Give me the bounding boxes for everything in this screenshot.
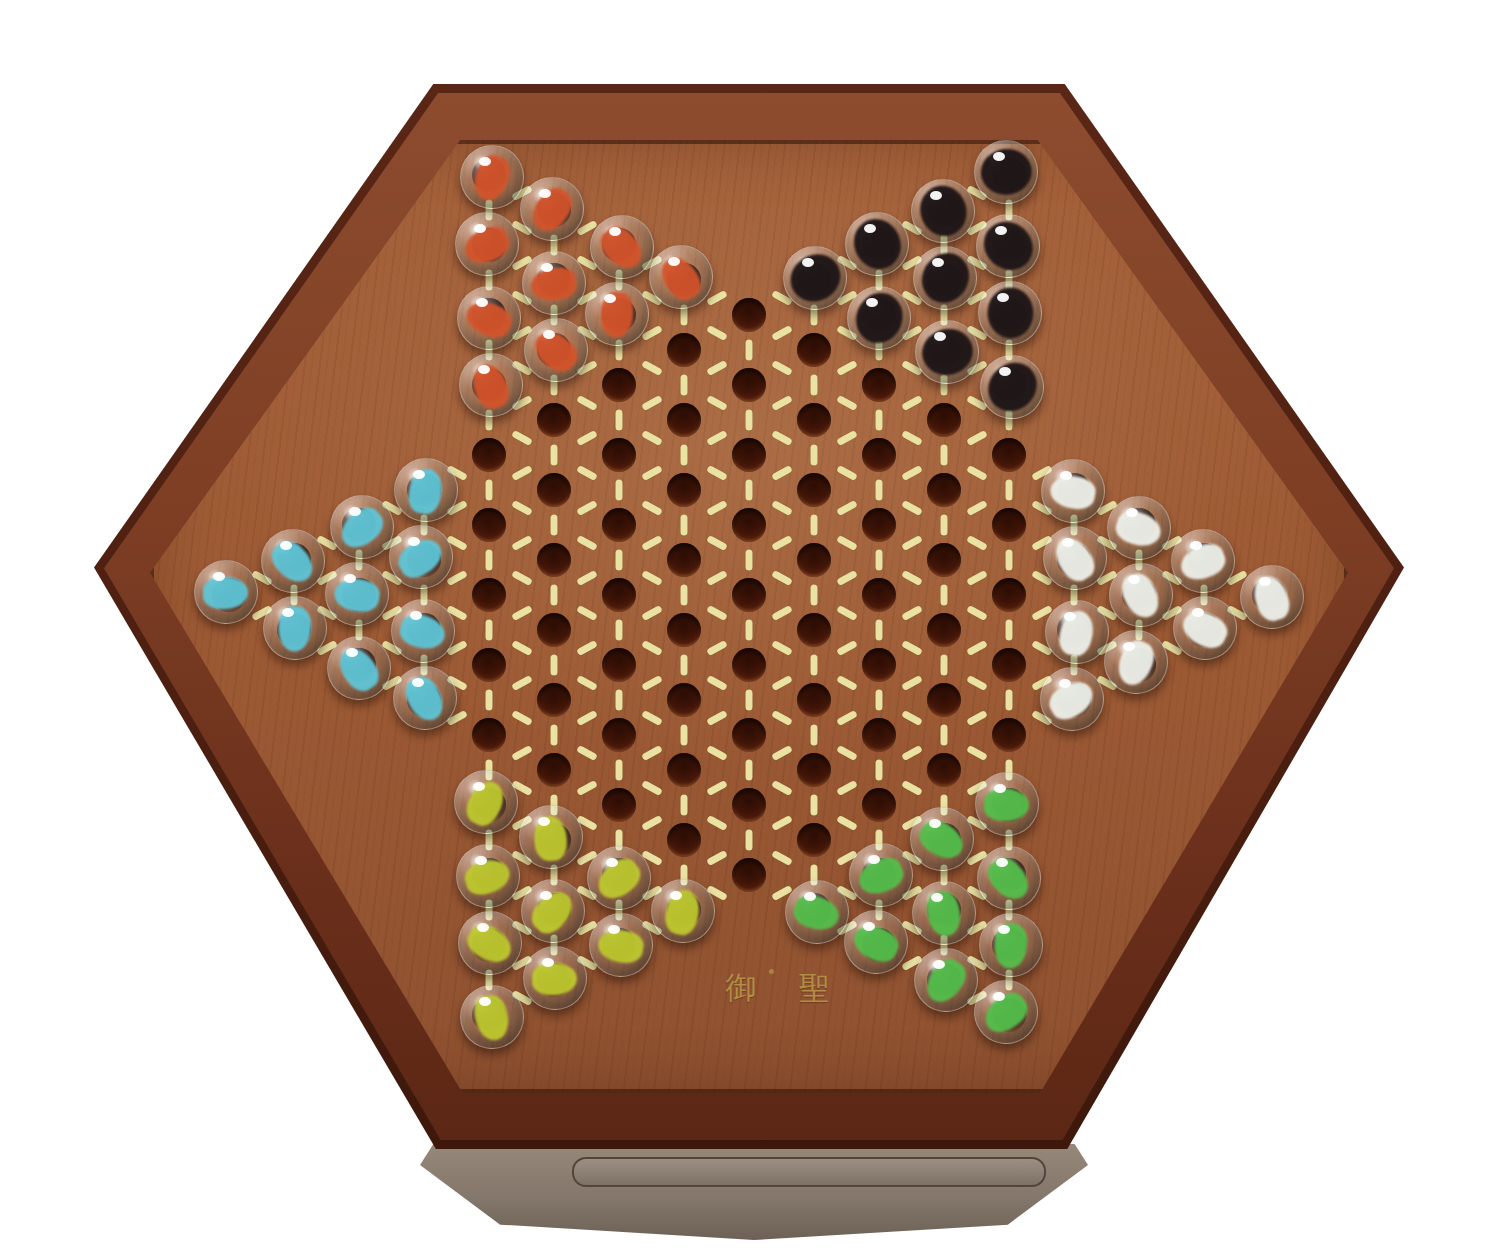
marble-black[interactable]	[845, 212, 909, 276]
marble-black[interactable]	[847, 286, 911, 350]
marble-orange[interactable]	[524, 318, 588, 382]
grid-line	[811, 515, 818, 536]
hole[interactable]	[927, 543, 961, 577]
grid-line	[746, 550, 753, 571]
grid-line	[681, 515, 688, 536]
grid-line	[771, 709, 793, 725]
grid-line	[511, 674, 533, 690]
marble-blue[interactable]	[393, 666, 457, 730]
grid-line	[836, 534, 858, 550]
grid-line	[576, 674, 598, 690]
grid-line	[511, 639, 533, 655]
hole[interactable]	[927, 683, 961, 717]
grid-line	[706, 639, 728, 655]
marble-white[interactable]	[1045, 600, 1109, 664]
hole[interactable]	[537, 403, 571, 437]
grid-line	[836, 779, 858, 795]
photo-stage: 御 聖	[0, 0, 1500, 1259]
hole[interactable]	[602, 508, 636, 542]
grid-line	[641, 499, 663, 515]
grid-line	[966, 674, 988, 690]
grid-line	[706, 814, 728, 830]
grid-line	[576, 639, 598, 655]
marble-orange[interactable]	[455, 212, 519, 276]
grid-line	[876, 690, 883, 711]
grid-line	[966, 604, 988, 620]
grid-line	[641, 604, 663, 620]
marble-green[interactable]	[914, 948, 978, 1012]
hole[interactable]	[862, 578, 896, 612]
marble-white[interactable]	[1109, 563, 1173, 627]
hole[interactable]	[927, 613, 961, 647]
hole[interactable]	[602, 648, 636, 682]
grid-line	[706, 359, 728, 375]
hole[interactable]	[537, 543, 571, 577]
marble-white[interactable]	[1240, 565, 1304, 629]
hole[interactable]	[667, 403, 701, 437]
marble-green[interactable]	[974, 980, 1038, 1044]
grid-line	[576, 499, 598, 515]
hole[interactable]	[732, 298, 766, 332]
grid-line	[1006, 690, 1013, 711]
grid-line	[706, 674, 728, 690]
grid-line	[706, 394, 728, 410]
grid-line	[876, 480, 883, 501]
hole[interactable]	[992, 718, 1026, 752]
hole[interactable]	[537, 473, 571, 507]
grid-line	[901, 709, 923, 725]
marble-yellow[interactable]	[651, 879, 715, 943]
marble-black[interactable]	[783, 246, 847, 310]
hole[interactable]	[472, 578, 506, 612]
grid-line	[486, 550, 493, 571]
grid-line	[616, 410, 623, 431]
grid-line	[876, 410, 883, 431]
hole[interactable]	[862, 648, 896, 682]
marble-blue[interactable]	[391, 599, 455, 663]
grid-line	[811, 725, 818, 746]
hole[interactable]	[667, 613, 701, 647]
grid-line	[706, 744, 728, 760]
grid-line	[641, 744, 663, 760]
hole[interactable]	[732, 578, 766, 612]
hole[interactable]	[927, 403, 961, 437]
trademark-dot	[769, 969, 774, 974]
grid-line	[836, 674, 858, 690]
grid-line	[771, 639, 793, 655]
grid-line	[576, 779, 598, 795]
grid-line	[551, 655, 558, 676]
marble-green[interactable]	[849, 843, 913, 907]
grid-line	[641, 709, 663, 725]
hole[interactable]	[992, 578, 1026, 612]
grid-line	[966, 429, 988, 445]
grid-line	[641, 429, 663, 445]
grid-line	[901, 604, 923, 620]
grid-line	[966, 499, 988, 515]
marble-white[interactable]	[1043, 526, 1107, 590]
hole[interactable]	[797, 473, 831, 507]
marble-yellow[interactable]	[521, 879, 585, 943]
grid-line	[511, 569, 533, 585]
hole[interactable]	[862, 508, 896, 542]
grid-line	[771, 359, 793, 375]
grid-line	[876, 550, 883, 571]
hole[interactable]	[732, 648, 766, 682]
hole[interactable]	[862, 368, 896, 402]
marble-white[interactable]	[1173, 596, 1237, 660]
hole[interactable]	[537, 753, 571, 787]
grid-line	[966, 639, 988, 655]
grid-line	[641, 779, 663, 795]
grid-line	[576, 429, 598, 445]
grid-line	[551, 445, 558, 466]
grid-line	[641, 674, 663, 690]
grid-line	[901, 464, 923, 480]
marble-blue[interactable]	[325, 562, 389, 626]
hole[interactable]	[732, 858, 766, 892]
grid-line	[966, 464, 988, 480]
grid-line	[836, 464, 858, 480]
grid-line	[836, 709, 858, 725]
star-grid: 御 聖	[0, 0, 1500, 1259]
grid-line	[641, 394, 663, 410]
grid-line	[746, 340, 753, 361]
grid-line	[576, 744, 598, 760]
marble-blue[interactable]	[389, 525, 453, 589]
grid-line	[706, 779, 728, 795]
hole[interactable]	[602, 438, 636, 472]
grid-line	[551, 725, 558, 746]
grid-line	[836, 499, 858, 515]
marble-green[interactable]	[912, 881, 976, 945]
grid-line	[771, 324, 793, 340]
grid-line	[746, 410, 753, 431]
marble-yellow[interactable]	[587, 846, 651, 910]
hole[interactable]	[992, 508, 1026, 542]
grid-line	[486, 690, 493, 711]
grid-line	[706, 569, 728, 585]
marble-yellow[interactable]	[456, 844, 520, 908]
grid-line	[746, 760, 753, 781]
grid-line	[641, 359, 663, 375]
grid-line	[771, 849, 793, 865]
grid-line	[616, 550, 623, 571]
hole[interactable]	[667, 683, 701, 717]
grid-line	[771, 464, 793, 480]
grid-line	[901, 569, 923, 585]
hole[interactable]	[862, 438, 896, 472]
grid-line	[771, 534, 793, 550]
marble-yellow[interactable]	[519, 805, 583, 869]
hole[interactable]	[602, 718, 636, 752]
hole[interactable]	[797, 823, 831, 857]
marble-white[interactable]	[1041, 459, 1105, 523]
marble-yellow[interactable]	[460, 985, 524, 1049]
grid-line	[836, 569, 858, 585]
grid-line	[771, 744, 793, 760]
hole[interactable]	[667, 543, 701, 577]
hole[interactable]	[927, 753, 961, 787]
grid-line	[901, 639, 923, 655]
grid-line	[681, 655, 688, 676]
grid-line	[876, 620, 883, 641]
grid-line	[746, 620, 753, 641]
board-title-char-1: 御	[726, 967, 757, 1009]
marble-orange[interactable]	[522, 251, 586, 315]
marble-blue[interactable]	[330, 495, 394, 559]
grid-line	[706, 534, 728, 550]
grid-line	[901, 394, 923, 410]
marble-yellow[interactable]	[458, 911, 522, 975]
hole[interactable]	[602, 788, 636, 822]
marble-orange[interactable]	[460, 145, 524, 209]
hole[interactable]	[797, 543, 831, 577]
grid-line	[836, 639, 858, 655]
grid-line	[706, 604, 728, 620]
grid-line	[901, 779, 923, 795]
grid-line	[616, 690, 623, 711]
grid-line	[941, 585, 948, 606]
grid-line	[771, 814, 793, 830]
grid-line	[966, 709, 988, 725]
grid-line	[551, 515, 558, 536]
marble-green[interactable]	[975, 772, 1039, 836]
grid-line	[641, 814, 663, 830]
marble-white[interactable]	[1104, 630, 1168, 694]
marble-green[interactable]	[844, 910, 908, 974]
grid-line	[486, 620, 493, 641]
marble-orange[interactable]	[590, 215, 654, 279]
grid-line	[511, 499, 533, 515]
grid-line	[836, 394, 858, 410]
grid-line	[486, 480, 493, 501]
board-title-char-2: 聖	[799, 968, 830, 1010]
hole[interactable]	[537, 613, 571, 647]
grid-line	[966, 569, 988, 585]
marble-orange[interactable]	[585, 282, 649, 346]
grid-line	[576, 569, 598, 585]
grid-line	[746, 480, 753, 501]
grid-line	[706, 499, 728, 515]
hole[interactable]	[667, 473, 701, 507]
hole[interactable]	[732, 438, 766, 472]
marble-orange[interactable]	[649, 245, 713, 309]
grid-line	[876, 760, 883, 781]
grid-line	[576, 464, 598, 480]
hole[interactable]	[732, 718, 766, 752]
marble-black[interactable]	[974, 140, 1038, 204]
grid-line	[836, 814, 858, 830]
grid-line	[771, 499, 793, 515]
grid-line	[746, 690, 753, 711]
hole[interactable]	[667, 333, 701, 367]
marble-orange[interactable]	[459, 353, 523, 417]
grid-line	[966, 534, 988, 550]
hole[interactable]	[732, 508, 766, 542]
grid-line	[681, 795, 688, 816]
grid-line	[681, 725, 688, 746]
grid-line	[811, 375, 818, 396]
hole[interactable]	[602, 578, 636, 612]
grid-line	[941, 655, 948, 676]
hole[interactable]	[797, 333, 831, 367]
grid-line	[771, 569, 793, 585]
grid-line	[966, 744, 988, 760]
hole[interactable]	[602, 368, 636, 402]
marble-blue[interactable]	[194, 560, 258, 624]
marble-white[interactable]	[1107, 496, 1171, 560]
marble-white[interactable]	[1040, 667, 1104, 731]
grid-line	[811, 655, 818, 676]
marble-blue[interactable]	[327, 636, 391, 700]
grid-line	[941, 515, 948, 536]
hole[interactable]	[537, 683, 571, 717]
grid-line	[616, 480, 623, 501]
grid-line	[1006, 550, 1013, 571]
grid-line	[641, 534, 663, 550]
marble-green[interactable]	[979, 913, 1043, 977]
marble-green[interactable]	[977, 846, 1041, 910]
grid-line	[576, 709, 598, 725]
grid-line	[576, 534, 598, 550]
grid-line	[576, 604, 598, 620]
grid-line	[836, 359, 858, 375]
grid-line	[511, 534, 533, 550]
grid-line	[836, 429, 858, 445]
hole[interactable]	[797, 613, 831, 647]
hole[interactable]	[927, 473, 961, 507]
grid-line	[771, 429, 793, 445]
marble-white[interactable]	[1171, 529, 1235, 593]
hole[interactable]	[667, 753, 701, 787]
grid-line	[706, 849, 728, 865]
hole[interactable]	[472, 438, 506, 472]
grid-line	[771, 394, 793, 410]
hole[interactable]	[797, 753, 831, 787]
grid-line	[901, 534, 923, 550]
marble-orange[interactable]	[520, 177, 584, 241]
marble-blue[interactable]	[394, 458, 458, 522]
hole[interactable]	[472, 508, 506, 542]
grid-line	[681, 375, 688, 396]
grid-line	[511, 429, 533, 445]
grid-line	[641, 569, 663, 585]
marble-yellow[interactable]	[589, 913, 653, 977]
grid-line	[706, 324, 728, 340]
grid-line	[681, 445, 688, 466]
grid-line	[746, 830, 753, 851]
marble-black[interactable]	[911, 179, 975, 243]
marble-green[interactable]	[910, 807, 974, 871]
hole[interactable]	[472, 718, 506, 752]
grid-line	[551, 585, 558, 606]
grid-line	[901, 499, 923, 515]
marble-blue[interactable]	[261, 529, 325, 593]
hole[interactable]	[862, 718, 896, 752]
marble-black[interactable]	[980, 355, 1044, 419]
marble-blue[interactable]	[263, 596, 327, 660]
hole[interactable]	[667, 823, 701, 857]
grid-line	[511, 709, 533, 725]
grid-line	[681, 585, 688, 606]
grid-line	[811, 585, 818, 606]
hole[interactable]	[797, 403, 831, 437]
hole[interactable]	[992, 648, 1026, 682]
hole[interactable]	[732, 788, 766, 822]
grid-line	[941, 445, 948, 466]
grid-line	[641, 639, 663, 655]
hole[interactable]	[992, 438, 1026, 472]
grid-line	[641, 464, 663, 480]
grid-line	[836, 744, 858, 760]
grid-line	[511, 604, 533, 620]
marble-yellow[interactable]	[454, 770, 518, 834]
hole[interactable]	[862, 788, 896, 822]
grid-line	[901, 674, 923, 690]
grid-line	[616, 620, 623, 641]
grid-line	[1006, 480, 1013, 501]
marble-black[interactable]	[978, 281, 1042, 345]
marble-green[interactable]	[785, 880, 849, 944]
grid-line	[836, 604, 858, 620]
grid-line	[771, 604, 793, 620]
grid-line	[901, 429, 923, 445]
grid-line	[811, 795, 818, 816]
hole[interactable]	[732, 368, 766, 402]
hole[interactable]	[797, 683, 831, 717]
grid-line	[811, 445, 818, 466]
grid-line	[771, 674, 793, 690]
grid-line	[706, 709, 728, 725]
grid-line	[1006, 620, 1013, 641]
grid-line	[771, 779, 793, 795]
marble-orange[interactable]	[457, 286, 521, 350]
hole[interactable]	[472, 648, 506, 682]
grid-line	[941, 725, 948, 746]
grid-line	[576, 394, 598, 410]
grid-line	[511, 744, 533, 760]
grid-line	[706, 429, 728, 445]
marble-black[interactable]	[976, 214, 1040, 278]
grid-line	[901, 744, 923, 760]
grid-line	[706, 464, 728, 480]
grid-line	[511, 464, 533, 480]
marble-yellow[interactable]	[523, 946, 587, 1010]
grid-line	[616, 760, 623, 781]
marble-black[interactable]	[913, 246, 977, 310]
marble-black[interactable]	[915, 320, 979, 384]
